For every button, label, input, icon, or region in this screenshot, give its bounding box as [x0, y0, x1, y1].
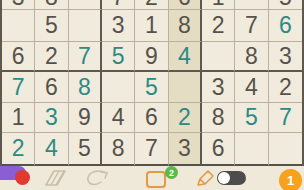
- bottom-toolbar: 2 1: [0, 166, 304, 190]
- digit: 1: [212, 0, 225, 10]
- cell-r4c7[interactable]: 1: [202, 0, 235, 10]
- digit: 3: [178, 135, 191, 162]
- cell-r5c4[interactable]: 3: [102, 10, 135, 42]
- cell-r4c6[interactable]: 6: [169, 0, 202, 10]
- cell-r6c8[interactable]: 8: [235, 42, 268, 72]
- digit: 6: [178, 0, 191, 10]
- digit: 5: [245, 104, 258, 131]
- toggle-knob: [218, 172, 230, 184]
- cell-r9c4[interactable]: 8: [102, 133, 135, 166]
- cell-r6c7[interactable]: [202, 42, 235, 72]
- cell-r6c9[interactable]: 3: [269, 42, 302, 72]
- cell-r8c6[interactable]: 2: [169, 103, 202, 133]
- cell-r7c3[interactable]: 8: [69, 72, 102, 103]
- cell-r7c5[interactable]: 5: [135, 72, 168, 103]
- digit: 7: [12, 74, 25, 101]
- undo-icon[interactable]: [82, 168, 114, 188]
- cell-r5c1[interactable]: [2, 10, 35, 42]
- digit: 6: [12, 43, 25, 70]
- cell-r9c3[interactable]: 5: [69, 133, 102, 166]
- digit: 7: [78, 43, 91, 70]
- digit: 5: [78, 135, 91, 162]
- cell-r8c4[interactable]: 4: [102, 103, 135, 133]
- digit: 4: [245, 74, 258, 101]
- cell-r8c3[interactable]: 9: [69, 103, 102, 133]
- cell-r5c3[interactable]: [69, 10, 102, 42]
- sudoku-app: 3872615531827662759483768534213946285724…: [0, 0, 304, 190]
- cell-r9c5[interactable]: 7: [135, 133, 168, 166]
- pencil-icon[interactable]: [196, 169, 216, 187]
- cell-r7c8[interactable]: 4: [235, 72, 268, 103]
- digit: 6: [145, 104, 158, 131]
- digit: 1: [145, 12, 158, 39]
- cell-r8c2[interactable]: 3: [35, 103, 68, 133]
- cell-r6c5[interactable]: 9: [135, 42, 168, 72]
- digit: 2: [212, 12, 225, 39]
- cell-r9c7[interactable]: 6: [202, 133, 235, 166]
- digit: 3: [112, 12, 125, 39]
- cell-r7c6[interactable]: [169, 72, 202, 103]
- hint-badge: 1: [287, 173, 294, 188]
- digit: 4: [178, 43, 191, 70]
- cell-r4c1[interactable]: 3: [2, 0, 35, 10]
- cell-r4c8[interactable]: [235, 0, 268, 10]
- cell-r4c4[interactable]: 7: [102, 0, 135, 10]
- cell-r8c8[interactable]: 5: [235, 103, 268, 133]
- digit: 9: [78, 104, 91, 131]
- cell-r4c3[interactable]: [69, 0, 102, 10]
- digit: 2: [12, 135, 25, 162]
- cell-r7c7[interactable]: 3: [202, 72, 235, 103]
- digit: 2: [178, 104, 191, 131]
- digit: 5: [45, 12, 58, 39]
- cell-r6c4[interactable]: 5: [102, 42, 135, 72]
- cell-r6c2[interactable]: 2: [35, 42, 68, 72]
- digit: 3: [12, 0, 25, 10]
- digit: 1: [12, 104, 25, 131]
- digit: 5: [112, 43, 125, 70]
- digit: 3: [45, 104, 58, 131]
- cell-r8c9[interactable]: 7: [269, 103, 302, 133]
- cell-r8c1[interactable]: 1: [2, 103, 35, 133]
- cell-r7c1[interactable]: 7: [2, 72, 35, 103]
- cell-r4c9[interactable]: 5: [269, 0, 302, 10]
- cell-r8c5[interactable]: 6: [135, 103, 168, 133]
- cell-r6c3[interactable]: 7: [69, 42, 102, 72]
- digit: 7: [145, 135, 158, 162]
- eraser-icon[interactable]: [42, 168, 70, 188]
- digit: 6: [212, 135, 225, 162]
- digit: 3: [279, 43, 292, 70]
- digit: 3: [212, 74, 225, 101]
- cell-r5c2[interactable]: 5: [35, 10, 68, 42]
- digit: 5: [279, 0, 292, 10]
- cell-r5c5[interactable]: 1: [135, 10, 168, 42]
- digit: 7: [279, 104, 292, 131]
- digit: 9: [145, 43, 158, 70]
- digit: 2: [145, 0, 158, 10]
- digit: 5: [145, 74, 158, 101]
- digit: 4: [45, 135, 58, 162]
- cell-r4c2[interactable]: 8: [35, 0, 68, 10]
- cell-r9c6[interactable]: 3: [169, 133, 202, 166]
- cell-r9c2[interactable]: 4: [35, 133, 68, 166]
- cell-r7c2[interactable]: 6: [35, 72, 68, 103]
- digit: 2: [45, 43, 58, 70]
- cell-r7c9[interactable]: 2: [269, 72, 302, 103]
- cell-r5c7[interactable]: 2: [202, 10, 235, 42]
- cell-r9c1[interactable]: 2: [2, 133, 35, 166]
- cell-r8c7[interactable]: 8: [202, 103, 235, 133]
- notes-icon[interactable]: [146, 171, 166, 188]
- cell-r4c5[interactable]: 2: [135, 0, 168, 10]
- digit: 8: [178, 12, 191, 39]
- cell-r6c6[interactable]: 4: [169, 42, 202, 72]
- sudoku-grid: 3872615531827662759483768534213946285724…: [0, 0, 304, 166]
- cell-r9c9[interactable]: [269, 133, 302, 166]
- digit: 2: [279, 74, 292, 101]
- cell-r5c6[interactable]: 8: [169, 10, 202, 42]
- pencil-toggle[interactable]: [217, 171, 246, 185]
- cell-r7c4[interactable]: [102, 72, 135, 103]
- hint-button[interactable]: 1: [279, 169, 302, 190]
- digit: 7: [112, 0, 125, 10]
- digit: 8: [78, 74, 91, 101]
- digit: 8: [245, 43, 258, 70]
- cell-r5c9[interactable]: 6: [269, 10, 302, 42]
- notes-badge: 2: [165, 166, 178, 179]
- cell-r5c8[interactable]: 7: [235, 10, 268, 42]
- digit: 7: [245, 12, 258, 39]
- cell-r9c8[interactable]: [235, 133, 268, 166]
- digit: 8: [45, 0, 58, 10]
- digit: 6: [45, 74, 58, 101]
- cell-r6c1[interactable]: 6: [2, 42, 35, 72]
- red-dot-button[interactable]: [15, 170, 30, 185]
- digit: 6: [279, 12, 292, 39]
- digit: 4: [112, 104, 125, 131]
- digit: 8: [112, 135, 125, 162]
- digit: 8: [212, 104, 225, 131]
